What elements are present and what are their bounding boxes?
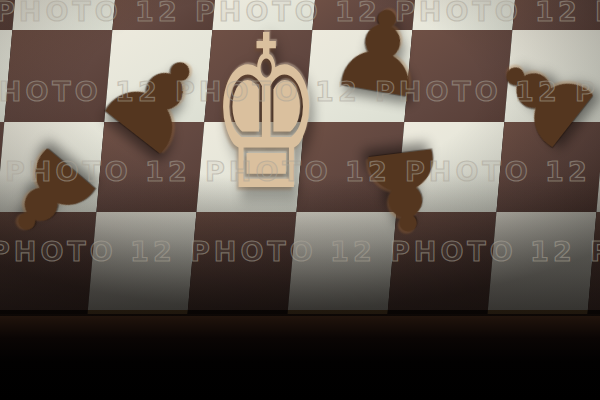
board-square bbox=[88, 212, 197, 310]
black-pawn-piece: ♟ bbox=[349, 131, 458, 250]
board-square bbox=[12, 0, 115, 30]
black-pawn-piece: ♟ bbox=[322, 0, 440, 116]
board-square bbox=[488, 212, 597, 310]
white-king-piece: ♚ bbox=[211, 8, 321, 220]
board-front-edge-background bbox=[0, 314, 600, 400]
stock-photo-chess-scene: ♚♟♟♟♟♟ PHOTO 12PHOTO 12PHOTO 12PHOTO 12P… bbox=[0, 0, 600, 400]
